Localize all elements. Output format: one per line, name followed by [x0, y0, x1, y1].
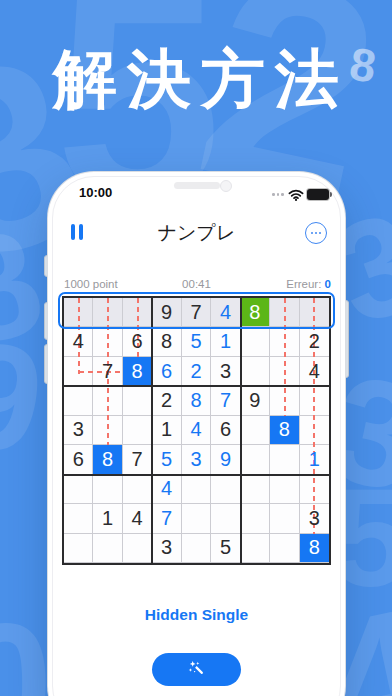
cell-value: 8: [190, 389, 201, 412]
sudoku-cell-r7c6[interactable]: [211, 475, 240, 504]
cellular-signal-icon: [272, 193, 284, 196]
cell-value: 6: [161, 360, 172, 383]
sudoku-cell-r4c7[interactable]: 9: [241, 386, 270, 415]
sudoku-cell-r2c1[interactable]: 4: [64, 327, 93, 356]
sudoku-cell-r4c6[interactable]: 7: [211, 386, 240, 415]
sudoku-cell-r4c2[interactable]: [93, 386, 122, 415]
sudoku-cell-r2c5[interactable]: 5: [182, 327, 211, 356]
magic-wand-icon: [187, 659, 206, 681]
sudoku-cell-r2c8[interactable]: [270, 327, 299, 356]
cell-value: 4: [220, 301, 231, 324]
cell-value: 8: [249, 301, 260, 324]
sudoku-cell-r1c9[interactable]: [300, 298, 329, 327]
cell-value: 8: [102, 448, 113, 471]
sudoku-cell-r9c7[interactable]: [241, 534, 270, 563]
cell-value: 4: [309, 360, 320, 383]
sudoku-cell-r1c6[interactable]: 4: [211, 298, 240, 327]
sudoku-cell-r2c4[interactable]: 8: [152, 327, 181, 356]
sudoku-cell-r6c6[interactable]: 9: [211, 445, 240, 474]
sudoku-cell-r1c8[interactable]: [270, 298, 299, 327]
sudoku-cell-r9c6[interactable]: 5: [211, 534, 240, 563]
camera-notch: [220, 180, 232, 192]
phone-mockup: 10:00 ナンプレ 1000 point 00:41 Erreur: 0 97…: [48, 172, 345, 696]
sudoku-cell-r7c1[interactable]: [64, 475, 93, 504]
sudoku-cell-r7c7[interactable]: [241, 475, 270, 504]
sudoku-cell-r7c3[interactable]: [123, 475, 152, 504]
cell-value: 7: [132, 448, 143, 471]
cell-value: 5: [220, 536, 231, 559]
sudoku-cell-r1c7[interactable]: 8: [241, 298, 270, 327]
sudoku-cell-r4c1[interactable]: [64, 386, 93, 415]
sudoku-cell-r7c5[interactable]: [182, 475, 211, 504]
cell-value: 9: [161, 301, 172, 324]
cell-value: 4: [190, 418, 201, 441]
sudoku-cell-r2c7[interactable]: [241, 327, 270, 356]
sudoku-cell-r5c6[interactable]: 6: [211, 416, 240, 445]
app-title: ナンプレ: [48, 220, 345, 246]
cell-value: 8: [132, 360, 143, 383]
sudoku-cell-r4c5[interactable]: 8: [182, 386, 211, 415]
cell-value: 7: [102, 360, 113, 383]
sudoku-cell-r3c7[interactable]: [241, 357, 270, 386]
sudoku-cell-r1c1[interactable]: [64, 298, 93, 327]
cell-value: 5: [161, 448, 172, 471]
sudoku-cell-r5c2[interactable]: [93, 416, 122, 445]
cell-value: 7: [190, 301, 201, 324]
sudoku-cell-r1c4[interactable]: 9: [152, 298, 181, 327]
sudoku-cell-r7c2[interactable]: [93, 475, 122, 504]
sudoku-cell-r6c2[interactable]: 8: [93, 445, 122, 474]
cell-value: 3: [309, 507, 320, 530]
screenshot-root: 35288933504 解決方法 10:00 ナンプレ 1000 point: [0, 0, 392, 696]
sudoku-cell-r9c5[interactable]: [182, 534, 211, 563]
cell-value: 9: [220, 448, 231, 471]
sudoku-cell-r6c3[interactable]: 7: [123, 445, 152, 474]
sudoku-cell-r8c8[interactable]: [270, 504, 299, 533]
sudoku-cell-r6c8[interactable]: [270, 445, 299, 474]
sudoku-cell-r4c4[interactable]: 2: [152, 386, 181, 415]
sudoku-cell-r9c8[interactable]: [270, 534, 299, 563]
sudoku-cell-r7c8[interactable]: [270, 475, 299, 504]
cell-value: 6: [220, 418, 231, 441]
error-count: 0: [325, 278, 331, 290]
cell-value: 4: [161, 477, 172, 500]
cell-value: 1: [220, 330, 231, 353]
sudoku-cell-r4c8[interactable]: [270, 386, 299, 415]
sudoku-cell-r1c3[interactable]: [123, 298, 152, 327]
sudoku-cell-r8c5[interactable]: [182, 504, 211, 533]
status-time: 10:00: [79, 185, 112, 200]
sudoku-board: 9748468512786234287931468687539141473358: [62, 296, 331, 565]
sudoku-cell-r1c5[interactable]: 7: [182, 298, 211, 327]
cell-value: 3: [161, 536, 172, 559]
sudoku-cell-r9c2[interactable]: [93, 534, 122, 563]
speaker-notch: [174, 182, 220, 189]
battery-icon: [307, 189, 329, 200]
menu-ellipsis-button[interactable]: [305, 222, 327, 244]
sudoku-cell-r6c5[interactable]: 3: [182, 445, 211, 474]
sudoku-cell-r9c9[interactable]: 8: [300, 534, 329, 563]
sudoku-cell-r6c1[interactable]: 6: [64, 445, 93, 474]
sudoku-cell-r9c3[interactable]: [123, 534, 152, 563]
wifi-icon: [288, 187, 304, 205]
sudoku-cell-r6c9[interactable]: 1: [300, 445, 329, 474]
sudoku-cell-r2c9[interactable]: 2: [300, 327, 329, 356]
sudoku-cell-r3c8[interactable]: [270, 357, 299, 386]
sudoku-cell-r8c6[interactable]: [211, 504, 240, 533]
sudoku-cell-r2c2[interactable]: [93, 327, 122, 356]
sudoku-cell-r3c9[interactable]: 4: [300, 357, 329, 386]
sudoku-cell-r7c9[interactable]: [300, 475, 329, 504]
sudoku-cell-r4c9[interactable]: [300, 386, 329, 415]
cell-value: 3: [190, 448, 201, 471]
cell-value: 1: [102, 507, 113, 530]
sudoku-cell-r5c9[interactable]: [300, 416, 329, 445]
cell-value: 2: [309, 330, 320, 353]
watermark-digit: 9: [0, 316, 54, 478]
hint-wand-button[interactable]: [152, 653, 241, 686]
cell-value: 2: [161, 389, 172, 412]
cell-value: 3: [73, 418, 84, 441]
sudoku-board-wrap: 9748468512786234287931468687539141473358: [62, 296, 331, 565]
sudoku-cell-r5c1[interactable]: 3: [64, 416, 93, 445]
technique-label: Hidden Single: [48, 606, 345, 624]
cell-value: 8: [309, 536, 320, 559]
cell-value: 7: [220, 389, 231, 412]
sudoku-cell-r2c6[interactable]: 1: [211, 327, 240, 356]
cell-value: 5: [190, 330, 201, 353]
sudoku-cell-r5c7[interactable]: [241, 416, 270, 445]
sudoku-cell-r8c7[interactable]: [241, 504, 270, 533]
sudoku-cell-r3c3[interactable]: 8: [123, 357, 152, 386]
sudoku-cell-r6c4[interactable]: 5: [152, 445, 181, 474]
sudoku-cell-r8c2[interactable]: 1: [93, 504, 122, 533]
sudoku-cell-r2c3[interactable]: 6: [123, 327, 152, 356]
sudoku-cell-r1c2[interactable]: [93, 298, 122, 327]
sudoku-cell-r6c7[interactable]: [241, 445, 270, 474]
cell-value: 8: [279, 418, 290, 441]
sudoku-cell-r8c4[interactable]: 7: [152, 504, 181, 533]
cell-value: 2: [190, 360, 201, 383]
sudoku-cell-r8c1[interactable]: [64, 504, 93, 533]
sudoku-cell-r5c3[interactable]: [123, 416, 152, 445]
sudoku-cell-r3c2[interactable]: 7: [93, 357, 122, 386]
sudoku-cell-r3c5[interactable]: 2: [182, 357, 211, 386]
sudoku-cell-r5c5[interactable]: 4: [182, 416, 211, 445]
sudoku-cell-r9c4[interactable]: 3: [152, 534, 181, 563]
sudoku-cell-r4c3[interactable]: [123, 386, 152, 415]
cell-value: 1: [161, 418, 172, 441]
cell-value: 4: [132, 507, 143, 530]
watermark-digit: 0: [0, 598, 53, 696]
sudoku-cell-r8c3[interactable]: 4: [123, 504, 152, 533]
sudoku-cell-r9c1[interactable]: [64, 534, 93, 563]
cell-value: 8: [161, 330, 172, 353]
sudoku-cell-r8c9[interactable]: 3: [300, 504, 329, 533]
cell-value: 6: [132, 330, 143, 353]
sudoku-cell-r3c6[interactable]: 3: [211, 357, 240, 386]
cell-value: 3: [220, 360, 231, 383]
cell-value: 9: [249, 389, 260, 412]
sudoku-cell-r5c8[interactable]: 8: [270, 416, 299, 445]
cell-value: 1: [309, 448, 320, 471]
cell-value: 6: [73, 448, 84, 471]
cell-value: 7: [161, 507, 172, 530]
page-title: 解決方法: [0, 44, 392, 114]
sudoku-cell-r7c4[interactable]: 4: [152, 475, 181, 504]
error-counter: Erreur: 0: [286, 278, 331, 290]
sudoku-cell-r3c1[interactable]: [64, 357, 93, 386]
cell-value: 4: [73, 330, 84, 353]
sudoku-cell-r5c4[interactable]: 1: [152, 416, 181, 445]
sudoku-cell-r3c4[interactable]: 6: [152, 357, 181, 386]
